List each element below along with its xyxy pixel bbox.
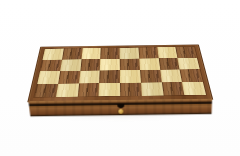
board-square [43,49,64,60]
board-square [120,48,139,59]
board-square [158,58,179,70]
board-square [34,84,58,98]
board-square [182,82,206,96]
board-square [120,82,142,96]
brass-clasp-pin [118,109,123,114]
board-frame [27,45,213,103]
board-square [40,59,62,71]
board-square [139,58,160,70]
board-square [140,70,162,83]
board-square [100,59,120,71]
board-square [99,70,120,83]
board-square [120,58,140,70]
board-square [37,71,60,84]
board-square [58,71,80,84]
board-square [141,82,163,96]
board-square [99,83,120,97]
board-square [56,83,79,97]
board-square [60,59,81,71]
clasp-notch [117,104,124,108]
board-square [62,48,82,59]
board-square [100,48,119,59]
board-square [120,70,141,83]
board-square [161,82,184,96]
board-square [157,47,178,58]
board-square [138,47,158,58]
board-square [79,71,100,84]
board-square [178,58,200,70]
board-square [176,47,197,58]
board-square [81,48,101,59]
board-square [180,69,203,82]
board-group [0,0,240,156]
fold-rail [27,99,213,117]
board-square [160,69,182,82]
board-squares [34,47,206,97]
board-square [77,83,99,97]
board-square [80,59,100,71]
photo-scene [0,0,240,156]
board-top-face [27,45,213,103]
